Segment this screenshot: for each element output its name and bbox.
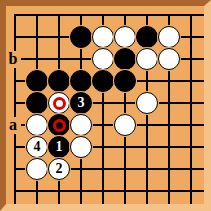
white-stone [70,136,92,158]
black-stone [92,70,114,92]
white-stone [136,48,158,70]
white-stone [92,26,114,48]
black-stone [26,70,48,92]
black-stone [48,114,70,136]
red-circle-mark [53,119,66,132]
white-stone [70,114,92,136]
grid-line-vertical [14,14,16,204]
white-stone [114,26,136,48]
point-label-a: a [5,117,21,134]
move-number: 3 [78,96,85,110]
white-stone [48,92,70,114]
black-stone [114,48,136,70]
grid-line-vertical [190,14,192,204]
black-stone [70,26,92,48]
move-number: 1 [56,140,63,154]
white-stone [26,158,48,180]
black-stone [70,70,92,92]
grid-line-horizontal [14,14,204,16]
black-stone [48,70,70,92]
black-stone [26,92,48,114]
board-frame: 3412ba [0,0,211,211]
white-stone: 4 [26,136,48,158]
move-number: 4 [34,140,41,154]
black-stone: 1 [48,136,70,158]
black-stone: 3 [70,92,92,114]
white-stone [158,26,180,48]
point-label-b: b [5,51,21,68]
white-stone [136,92,158,114]
white-stone [92,48,114,70]
move-number: 2 [56,162,63,176]
black-stone [114,70,136,92]
white-stone [114,114,136,136]
red-circle-mark [53,97,66,110]
white-stone: 2 [48,158,70,180]
white-stone [158,48,180,70]
white-stone [26,114,48,136]
grid-line-horizontal [14,190,204,192]
black-stone [136,26,158,48]
